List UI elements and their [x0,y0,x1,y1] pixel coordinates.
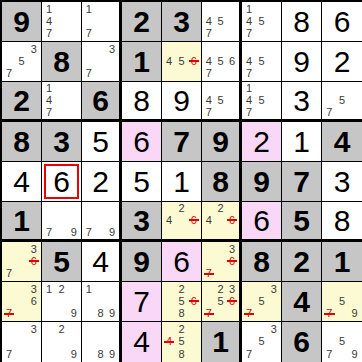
cell-r8c2[interactable]: 129 [42,282,82,322]
candidate-3: 3 [28,243,40,255]
cell-r2c7[interactable]: 457 [242,42,282,82]
cell-r8c1[interactable]: 367 [2,282,42,322]
cell-r8c9[interactable]: 597 [322,282,362,322]
candidate-7: 7 [83,28,95,40]
candidate-5: 5 [255,55,267,67]
given-digit: 8 [202,162,239,201]
solved-digit: 3 [322,162,362,201]
eliminated-candidate-6: 6 [188,215,200,227]
candidate-3: 3 [226,243,238,255]
cell-r6c4[interactable]: 3 [122,202,162,242]
pencil-marks: 1457 [243,3,280,40]
cell-r5c6[interactable]: 8 [202,162,242,202]
cell-r5c4[interactable]: 5 [122,162,162,202]
solved-digit: 7 [122,282,161,321]
candidate-2: 2 [175,323,187,336]
pencil-marks: 367 [3,283,40,320]
candidate-7: 7 [83,68,95,80]
eliminated-candidate-7: 7 [323,308,336,320]
pencil-marks: 147 [43,3,80,40]
candidate-4: 4 [203,15,215,27]
candidate-3: 3 [28,323,40,336]
cell-r3c7[interactable]: 1457 [242,82,282,122]
candidate-5: 5 [215,295,227,307]
cell-r8c7[interactable]: 357 [242,282,282,322]
pencil-marks: 357 [243,283,280,320]
cell-r2c4[interactable]: 1 [122,42,162,82]
eliminated-candidate-6: 6 [226,255,238,267]
candidate-3: 3 [106,43,118,55]
given-digit: 1 [122,42,161,81]
given-digit: 5 [282,202,321,239]
candidate-7: 7 [323,348,336,361]
cell-r6c7[interactable]: 6 [242,202,282,242]
given-digit: 4 [322,122,362,161]
given-digit: 4 [282,282,321,321]
pencil-marks: 376 [3,243,40,280]
candidate-8: 8 [95,308,107,320]
pencil-marks: 457 [243,43,280,80]
cell-r3c1[interactable]: 2 [2,82,42,122]
candidate-2: 2 [175,203,187,215]
solved-digit: 1 [162,162,201,201]
cell-r5c7[interactable]: 9 [242,162,282,202]
solved-digit: 8 [322,202,362,239]
cell-r1c3[interactable]: 17 [82,2,122,42]
solved-digit: 2 [322,42,362,81]
cell-r6c5[interactable]: 246 [162,202,202,242]
cell-r2c9[interactable]: 2 [322,42,362,82]
cell-r6c6[interactable]: 246 [202,202,242,242]
candidate-7: 7 [3,268,15,280]
cell-r3c3[interactable]: 6 [82,82,122,122]
pencil-marks: 357 [3,43,40,80]
cell-r5c5[interactable]: 1 [162,162,202,202]
pencil-marks: 246 [163,203,200,238]
pencil-marks: 129 [43,283,80,320]
cell-r3c2[interactable]: 147 [42,82,82,122]
cell-r5c3[interactable]: 2 [82,162,122,202]
candidate-5: 5 [336,295,349,307]
pencil-marks: 57 [323,83,361,118]
cell-r6c9[interactable]: 8 [322,202,362,242]
cell-r5c9[interactable]: 3 [322,162,362,202]
cell-r9c1[interactable]: 37 [2,322,42,362]
solved-digit: 8 [282,2,321,41]
solved-digit: 5 [122,162,161,201]
cell-r4c4[interactable]: 6 [122,122,162,162]
given-digit: 5 [42,242,81,281]
candidate-7: 7 [243,348,255,361]
candidate-2: 2 [215,283,227,295]
cell-r8c8[interactable]: 4 [282,282,322,322]
cell-r2c6[interactable]: 4567 [202,42,242,82]
candidate-7: 7 [3,348,15,361]
candidate-5: 5 [336,95,349,107]
eliminated-candidate-4: 4 [163,336,175,349]
candidate-9: 9 [106,348,118,361]
cell-r9c7[interactable]: 357 [242,322,282,362]
cell-r9c3[interactable]: 89 [82,322,122,362]
eliminated-candidate-6: 6 [226,295,238,307]
cell-r1c4[interactable]: 2 [122,2,162,42]
eliminated-candidate-6: 6 [226,215,238,227]
cell-r3c6[interactable]: 457 [202,82,242,122]
sudoku-board: 9147172345714578635783714564567457922147… [0,0,362,362]
candidate-7: 7 [43,226,55,238]
candidate-1: 1 [43,283,55,295]
cell-r9c9[interactable]: 579 [322,322,362,362]
cell-r8c6[interactable]: 23567 [202,282,242,322]
pencil-marks: 189 [83,283,118,320]
cell-r6c3[interactable]: 79 [82,202,122,242]
solved-digit: 6 [122,122,161,161]
candidate-9: 9 [348,348,361,361]
candidate-4: 4 [203,55,215,67]
cell-r5c2[interactable]: 6 [42,162,82,202]
candidate-5: 5 [215,55,227,67]
candidate-2: 2 [55,283,67,295]
candidate-4: 4 [163,215,175,227]
candidate-4: 4 [43,95,55,107]
cell-r4c2[interactable]: 3 [42,122,82,162]
cell-r1c2[interactable]: 147 [42,2,82,42]
cell-r7c6[interactable]: 367 [202,242,242,282]
candidate-1: 1 [243,83,255,95]
cell-r1c9[interactable]: 6 [322,2,362,42]
solved-digit: 6 [42,162,81,201]
candidate-5: 5 [255,15,267,27]
pencil-marks: 579 [323,323,361,361]
given-digit: 3 [42,122,81,161]
candidate-1: 1 [83,3,95,15]
candidate-2: 2 [55,323,67,336]
cell-r9c4[interactable]: 4 [122,322,162,362]
cell-r9c6[interactable]: 1 [202,322,242,362]
given-digit: 3 [122,202,161,239]
candidate-5: 5 [175,336,187,349]
cell-r2c2[interactable]: 8 [42,42,82,82]
cell-r7c2[interactable]: 5 [42,242,82,282]
solved-digit: 2 [82,162,119,201]
candidate-7: 7 [243,106,255,118]
candidate-4: 4 [243,15,255,27]
cell-r2c3[interactable]: 37 [82,42,122,82]
candidate-5: 5 [215,15,227,27]
cell-r3c8[interactable]: 3 [282,82,322,122]
candidate-4: 4 [243,95,255,107]
candidate-7: 7 [203,68,215,80]
candidate-4: 4 [243,55,255,67]
cell-r1c6[interactable]: 457 [202,2,242,42]
pencil-marks: 37 [3,323,40,361]
cell-r4c8[interactable]: 1 [282,122,322,162]
candidate-7: 7 [243,68,255,80]
candidate-3: 3 [268,283,280,295]
solved-digit: 4 [122,322,161,362]
candidate-3: 3 [226,283,238,295]
candidate-3: 3 [28,43,40,55]
given-digit: 9 [202,122,239,161]
cell-r6c8[interactable]: 5 [282,202,322,242]
cell-r7c8[interactable]: 2 [282,242,322,282]
solved-digit: 8 [122,82,161,119]
cell-r4c7[interactable]: 2 [242,122,282,162]
cell-r4c1[interactable]: 8 [2,122,42,162]
candidate-7: 7 [203,28,215,40]
cell-r7c5[interactable]: 6 [162,242,202,282]
eliminated-candidate-7: 7 [203,308,215,320]
solved-digit: 5 [82,122,119,161]
solved-digit: 1 [282,122,321,161]
cell-r1c5[interactable]: 3 [162,2,202,42]
given-digit: 8 [42,42,81,81]
candidate-1: 1 [243,3,255,15]
cell-r4c6[interactable]: 9 [202,122,242,162]
candidate-8: 8 [175,308,187,320]
candidate-5: 5 [175,295,187,307]
candidate-5: 5 [175,55,187,67]
pencil-marks: 147 [43,83,80,118]
cell-r3c9[interactable]: 57 [322,82,362,122]
cell-r8c5[interactable]: 2586 [162,282,202,322]
solved-digit: 3 [282,82,321,119]
candidate-9: 9 [106,226,118,238]
eliminated-candidate-7: 7 [243,308,255,320]
pencil-marks: 1457 [243,83,280,118]
given-digit: 1 [2,202,41,239]
candidate-4: 4 [203,215,215,227]
given-digit: 8 [242,242,281,281]
solved-digit: 2 [242,122,281,161]
cell-r6c1[interactable]: 1 [2,202,42,242]
candidate-9: 9 [68,308,80,320]
candidate-7: 7 [323,106,336,118]
candidate-1: 1 [83,283,95,295]
candidate-3: 3 [268,323,280,336]
cell-r7c3[interactable]: 4 [82,242,122,282]
candidate-4: 4 [203,95,215,107]
candidate-4: 4 [43,15,55,27]
cell-r5c1[interactable]: 4 [2,162,42,202]
candidate-8: 8 [175,348,187,361]
candidate-7: 7 [43,106,55,118]
eliminated-candidate-6: 6 [188,55,200,67]
candidate-9: 9 [68,226,80,238]
candidate-6: 6 [226,55,238,67]
cell-r9c5[interactable]: 2584 [162,322,202,362]
candidate-4: 4 [163,55,175,67]
cell-r4c3[interactable]: 5 [82,122,122,162]
candidate-3: 3 [28,283,40,295]
candidate-2: 2 [215,203,227,215]
cell-r7c9[interactable]: 1 [322,242,362,282]
given-digit: 7 [162,122,201,161]
pencil-marks: 246 [203,203,238,238]
solved-digit: 9 [282,42,321,81]
cell-r1c1[interactable]: 9 [2,2,42,42]
eliminated-candidate-7: 7 [3,308,15,320]
cell-r3c5[interactable]: 9 [162,82,202,122]
pencil-marks: 17 [83,3,118,40]
cell-r3c4[interactable]: 8 [122,82,162,122]
given-digit: 7 [282,162,321,201]
pencil-marks: 2586 [163,283,200,320]
cell-r2c5[interactable]: 456 [162,42,202,82]
cell-r6c2[interactable]: 79 [42,202,82,242]
cell-r4c9[interactable]: 4 [322,122,362,162]
pencil-marks: 2584 [163,323,200,361]
given-digit: 2 [282,242,321,281]
candidate-7: 7 [43,28,55,40]
cell-r2c1[interactable]: 357 [2,42,42,82]
pencil-marks: 597 [323,283,361,320]
eliminated-candidate-6: 6 [28,255,40,267]
candidate-5: 5 [15,55,27,67]
candidate-5: 5 [215,95,227,107]
pencil-marks: 4567 [203,43,238,80]
candidate-7: 7 [83,226,95,238]
candidate-9: 9 [68,348,80,361]
candidate-8: 8 [95,348,107,361]
given-digit: 9 [122,242,161,281]
solved-digit: 6 [162,242,201,281]
eliminated-candidate-7: 7 [203,268,215,280]
solved-digit: 6 [322,2,362,41]
pencil-marks: 456 [163,43,200,80]
candidate-1: 1 [43,3,55,15]
candidate-5: 5 [255,295,267,307]
pencil-marks: 457 [203,3,238,40]
pencil-marks: 23567 [203,283,238,320]
cell-r4c5[interactable]: 7 [162,122,202,162]
given-digit: 6 [282,322,321,362]
candidate-6: 6 [28,295,40,307]
given-digit: 9 [242,162,281,201]
given-digit: 9 [2,2,41,41]
pencil-marks: 89 [83,323,118,361]
given-digit: 3 [162,2,201,41]
cell-r1c8[interactable]: 8 [282,2,322,42]
pencil-marks: 357 [243,323,280,361]
cell-r8c3[interactable]: 189 [82,282,122,322]
candidate-1: 1 [43,83,55,95]
cell-r2c8[interactable]: 9 [282,42,322,82]
cell-r7c4[interactable]: 9 [122,242,162,282]
pencil-marks: 29 [43,323,80,361]
eliminated-candidate-6: 6 [188,295,200,307]
given-digit: 6 [82,82,119,119]
given-digit: 2 [2,82,41,119]
candidate-2: 2 [175,283,187,295]
pencil-marks: 367 [203,243,238,280]
candidate-5: 5 [255,336,267,349]
given-digit: 8 [2,122,41,161]
candidate-5: 5 [336,336,349,349]
cell-r1c7[interactable]: 1457 [242,2,282,42]
solved-digit: 4 [2,162,41,201]
candidate-9: 9 [106,308,118,320]
candidate-7: 7 [3,68,15,80]
pencil-marks: 79 [83,203,118,238]
given-digit: 1 [202,322,239,362]
candidate-7: 7 [243,28,255,40]
cell-r5c8[interactable]: 7 [282,162,322,202]
given-digit: 2 [122,2,161,41]
given-digit: 1 [322,242,362,281]
cell-r7c7[interactable]: 8 [242,242,282,282]
candidate-7: 7 [203,106,215,118]
pencil-marks: 457 [203,83,238,118]
cell-r8c4[interactable]: 7 [122,282,162,322]
solved-digit: 6 [242,202,281,239]
pencil-marks: 79 [43,203,80,238]
cell-r9c8[interactable]: 6 [282,322,322,362]
pencil-marks: 37 [83,43,118,80]
candidate-9: 9 [348,308,361,320]
solved-digit: 9 [162,82,201,119]
solved-digit: 4 [82,242,119,281]
cell-r7c1[interactable]: 376 [2,242,42,282]
cell-r9c2[interactable]: 29 [42,322,82,362]
candidate-5: 5 [255,95,267,107]
